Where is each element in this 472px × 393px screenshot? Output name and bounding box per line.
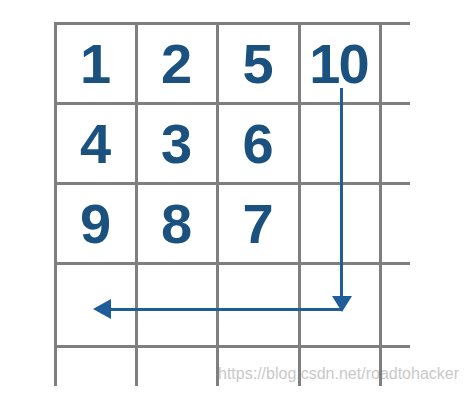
grid-vline-5 [379, 22, 382, 386]
grid-cell-r3c1: 9 [54, 182, 135, 262]
grid-cell-r1c2: 2 [135, 22, 216, 102]
grid-cell-r4c3 [216, 262, 298, 345]
grid-cell-r2c4 [298, 102, 379, 182]
grid-hline-1 [54, 22, 410, 25]
grid-hline-5 [54, 345, 410, 348]
grid-cell-r3c4 [298, 182, 379, 262]
arrow-left-head-icon [93, 299, 111, 319]
grid-cell-r1c4: 10 [298, 22, 379, 102]
grid-cell-r2c1: 4 [54, 102, 135, 182]
grid-hline-4 [54, 262, 410, 265]
grid-hline-3 [54, 182, 410, 185]
watermark-url: https://blog.csdn.net/roadtohacker [218, 365, 459, 383]
grid-cell-r2c2: 3 [135, 102, 216, 182]
grid-vline-3 [216, 22, 219, 386]
grid-cell-r1c1: 1 [54, 22, 135, 102]
grid-cell-r3c2: 8 [135, 182, 216, 262]
grid-cell-r3c3: 7 [216, 182, 298, 262]
arrow-vertical-segment [340, 88, 343, 296]
grid-cell-r2c3: 6 [216, 102, 298, 182]
grid-cell-r4c2 [135, 262, 216, 345]
matrix-fill-diagram: 12510436987 https://blog.csdn.net/roadto… [0, 0, 472, 393]
arrow-horizontal-segment [111, 308, 342, 311]
grid-cell-r1c3: 5 [216, 22, 298, 102]
grid-vline-1 [54, 22, 57, 386]
grid-vline-4 [298, 22, 301, 386]
grid-hline-2 [54, 102, 410, 105]
grid-vline-2 [135, 22, 138, 386]
